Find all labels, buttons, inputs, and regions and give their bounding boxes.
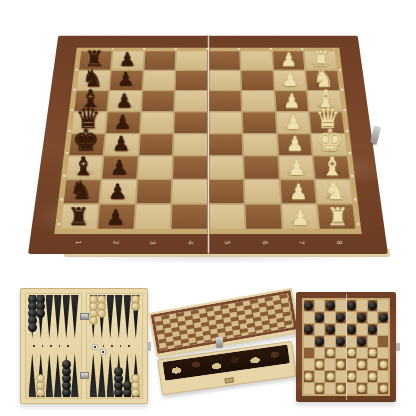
board-square: ♟ bbox=[98, 205, 135, 229]
backgammon-half-left bbox=[25, 293, 82, 399]
board-square bbox=[142, 91, 174, 111]
checkers-square bbox=[325, 348, 335, 359]
backgammon-point bbox=[63, 295, 71, 339]
light-backgammon-checker bbox=[89, 316, 98, 325]
checkers-square bbox=[357, 324, 367, 335]
coordinate-label: 8 bbox=[329, 227, 347, 259]
black-checker bbox=[347, 301, 356, 310]
hinge-seam bbox=[206, 35, 209, 253]
black-checker bbox=[379, 313, 388, 322]
checkers-square bbox=[368, 383, 378, 394]
board-square bbox=[209, 112, 241, 132]
board-square bbox=[173, 157, 207, 179]
board-square bbox=[209, 157, 243, 179]
light-pawn: ♟ bbox=[289, 182, 308, 203]
backgammon-point bbox=[29, 353, 37, 397]
board-square: ♞ bbox=[64, 180, 100, 203]
checkers-square bbox=[368, 348, 378, 359]
checkers-square bbox=[336, 383, 346, 394]
checkers-square bbox=[315, 300, 325, 311]
board-square: ♟ bbox=[274, 71, 306, 90]
checkers-square bbox=[378, 336, 388, 347]
board-square bbox=[209, 205, 244, 229]
light-pawn: ♟ bbox=[283, 91, 301, 111]
hinge-icon bbox=[80, 372, 89, 379]
checkers-square bbox=[368, 312, 378, 323]
coordinate-label: 7 bbox=[293, 227, 310, 259]
black-checker bbox=[357, 337, 366, 346]
light-checker bbox=[357, 384, 366, 393]
backgammon-point bbox=[107, 295, 115, 339]
checkers-square bbox=[325, 300, 335, 311]
checkers-square bbox=[325, 312, 335, 323]
backgammon-half-right bbox=[86, 293, 143, 399]
board-square bbox=[245, 180, 280, 203]
backgammon-point bbox=[90, 353, 98, 397]
checkers-square bbox=[315, 371, 325, 382]
backgammon-point bbox=[115, 295, 123, 339]
board-square bbox=[138, 157, 172, 179]
checker-stack bbox=[36, 295, 44, 339]
board-square: ♟ bbox=[282, 205, 319, 229]
board-square bbox=[243, 134, 277, 155]
light-checker bbox=[336, 384, 345, 393]
black-backgammon-checker bbox=[28, 323, 37, 332]
checkers-square bbox=[304, 300, 314, 311]
checkers-square bbox=[336, 312, 346, 323]
backgammon-point bbox=[71, 353, 79, 397]
checkers-square bbox=[347, 371, 357, 382]
checkers-square bbox=[336, 371, 346, 382]
metal-latch-icon bbox=[224, 377, 234, 383]
dark-pawn: ♟ bbox=[115, 91, 133, 111]
board-square: ♟ bbox=[280, 180, 316, 203]
light-checker bbox=[368, 372, 377, 381]
storage-box bbox=[150, 292, 296, 404]
black-checker bbox=[336, 337, 345, 346]
board-square bbox=[244, 157, 278, 179]
checkers-square bbox=[357, 300, 367, 311]
board-square bbox=[243, 112, 276, 132]
dark-knight: ♞ bbox=[69, 177, 92, 203]
checkers-square bbox=[304, 359, 314, 370]
metal-latch-icon bbox=[396, 343, 400, 351]
checker-stack bbox=[62, 353, 70, 397]
checkers-square bbox=[336, 336, 346, 347]
backgammon-point bbox=[46, 295, 54, 339]
board-square: ♞ bbox=[316, 180, 352, 203]
light-rook: ♜ bbox=[327, 204, 349, 229]
black-checker bbox=[304, 325, 313, 334]
inlay-dots bbox=[94, 345, 135, 347]
backgammon-point bbox=[107, 353, 115, 397]
board-square bbox=[172, 205, 207, 229]
board-square bbox=[143, 71, 175, 90]
black-backgammon-checker bbox=[62, 360, 71, 369]
checkers-square bbox=[378, 324, 388, 335]
light-checker bbox=[315, 360, 324, 369]
board-square bbox=[139, 134, 173, 155]
board-square bbox=[176, 71, 207, 90]
light-checker bbox=[368, 348, 377, 357]
light-checker bbox=[315, 384, 324, 393]
backgammon-board bbox=[20, 288, 148, 404]
product-photo: ♜♟♟♜♞♟♟♞♝♟♟♝♛♟♟♛♚♟♟♚♝♟♟♝♞♟♟♞♜♟♟♜ 1234567… bbox=[0, 0, 416, 416]
black-checker bbox=[315, 337, 324, 346]
checkers-square bbox=[347, 300, 357, 311]
coordinate-label: 6 bbox=[256, 227, 272, 259]
coordinate-label: 3 bbox=[144, 227, 160, 259]
light-pawn: ♟ bbox=[288, 158, 307, 179]
board-square: ♟ bbox=[279, 157, 314, 179]
checker-stack bbox=[123, 353, 131, 397]
light-backgammon-checker bbox=[97, 309, 106, 318]
board-square bbox=[241, 51, 272, 69]
board-square bbox=[209, 134, 242, 155]
checkers-square bbox=[357, 336, 367, 347]
backgammon-point bbox=[98, 353, 106, 397]
light-checker bbox=[326, 348, 335, 357]
light-checker bbox=[379, 360, 388, 369]
checkers-square bbox=[304, 324, 314, 335]
board-square bbox=[245, 205, 281, 229]
coordinate-label: 4 bbox=[182, 227, 197, 259]
checkers-square bbox=[336, 300, 346, 311]
checkers-square bbox=[325, 371, 335, 382]
board-square bbox=[209, 51, 240, 69]
dark-pawn: ♟ bbox=[106, 207, 125, 229]
light-pawn: ♟ bbox=[282, 71, 299, 90]
board-square: ♟ bbox=[112, 51, 144, 69]
black-checker bbox=[326, 301, 335, 310]
checker-stack bbox=[97, 295, 105, 339]
board-square bbox=[173, 180, 207, 203]
backgammon-point bbox=[124, 295, 132, 339]
board-square bbox=[242, 91, 274, 111]
backgammon-point bbox=[71, 295, 79, 339]
checker-stack bbox=[114, 353, 122, 397]
black-checker bbox=[336, 313, 345, 322]
board-square: ♟ bbox=[278, 134, 312, 155]
board-square: ♟ bbox=[276, 112, 310, 132]
black-checker bbox=[304, 301, 313, 310]
board-square bbox=[140, 112, 173, 132]
bg-points-row bbox=[28, 295, 79, 339]
coordinate-label: 1 bbox=[68, 227, 86, 259]
board-square bbox=[175, 91, 207, 111]
light-checker bbox=[326, 372, 335, 381]
board-square bbox=[144, 51, 175, 69]
board-square: ♟ bbox=[273, 51, 305, 69]
board-square bbox=[241, 71, 273, 90]
light-checker bbox=[347, 348, 356, 357]
dark-pawn: ♟ bbox=[117, 71, 134, 90]
checkers-square bbox=[304, 383, 314, 394]
checkers-square bbox=[315, 383, 325, 394]
checkers-square bbox=[347, 348, 357, 359]
checkers-square bbox=[347, 359, 357, 370]
backgammon-point bbox=[54, 295, 62, 339]
checkers-square bbox=[378, 371, 388, 382]
checkers-square bbox=[357, 371, 367, 382]
checkers-square bbox=[304, 312, 314, 323]
dark-pawn: ♟ bbox=[110, 158, 129, 179]
board-square: ♟ bbox=[104, 134, 138, 155]
checkers-square bbox=[347, 336, 357, 347]
board-square bbox=[175, 112, 207, 132]
light-knight: ♞ bbox=[323, 177, 346, 203]
checkers-square bbox=[378, 383, 388, 394]
dark-pawn: ♟ bbox=[112, 135, 130, 155]
light-backgammon-checker bbox=[131, 302, 140, 311]
checkers-square bbox=[325, 324, 335, 335]
board-square bbox=[209, 180, 243, 203]
checkers-square bbox=[304, 336, 314, 347]
die-icon bbox=[100, 349, 107, 356]
black-checker bbox=[368, 325, 377, 334]
black-checker bbox=[357, 313, 366, 322]
dark-pawn: ♟ bbox=[113, 113, 131, 133]
checkers-square bbox=[368, 371, 378, 382]
board-square bbox=[209, 71, 240, 90]
dark-pawn: ♟ bbox=[108, 182, 127, 203]
board-square bbox=[176, 51, 207, 69]
checkers-square bbox=[336, 359, 346, 370]
checkers-square bbox=[325, 359, 335, 370]
checkers-square bbox=[325, 336, 335, 347]
light-pawn: ♟ bbox=[281, 51, 298, 70]
stored-pieces bbox=[163, 344, 290, 380]
board-square: ♟ bbox=[106, 112, 140, 132]
checkers-square bbox=[368, 324, 378, 335]
checkers-square bbox=[357, 312, 367, 323]
checkers-square bbox=[378, 300, 388, 311]
checkers-square bbox=[357, 383, 367, 394]
coordinate-label: 5 bbox=[219, 227, 234, 259]
board-square: ♜ bbox=[318, 205, 355, 229]
metal-latch-icon bbox=[370, 125, 381, 144]
light-pawn: ♟ bbox=[291, 207, 310, 229]
checkers-square bbox=[304, 371, 314, 382]
black-checker bbox=[326, 325, 335, 334]
board-square: ♟ bbox=[108, 91, 141, 111]
board-square: ♟ bbox=[110, 71, 142, 90]
bg-points-row bbox=[89, 353, 140, 397]
checkers-square bbox=[336, 324, 346, 335]
checkers-square bbox=[378, 312, 388, 323]
checkers-square bbox=[347, 312, 357, 323]
checkers-square bbox=[315, 324, 325, 335]
checker-stack bbox=[131, 295, 139, 339]
inlay-dots bbox=[33, 345, 74, 347]
black-backgammon-checker bbox=[36, 309, 45, 318]
backgammon-point bbox=[46, 353, 54, 397]
black-checker bbox=[315, 313, 324, 322]
board-square bbox=[136, 180, 171, 203]
dark-pawn: ♟ bbox=[118, 51, 135, 70]
hinge-seam bbox=[346, 294, 347, 400]
checkers-square bbox=[315, 348, 325, 359]
checkers-square bbox=[368, 336, 378, 347]
checker-stack bbox=[131, 353, 139, 397]
die-icon bbox=[92, 344, 99, 351]
black-checker bbox=[347, 325, 356, 334]
board-square bbox=[135, 205, 171, 229]
light-pawn: ♟ bbox=[285, 113, 303, 133]
checker-stack bbox=[36, 353, 44, 397]
board-square: ♟ bbox=[275, 91, 308, 111]
light-checker bbox=[347, 372, 356, 381]
black-checker bbox=[368, 301, 377, 310]
checkers-square bbox=[347, 383, 357, 394]
board-square bbox=[209, 91, 241, 111]
board-square: ♟ bbox=[100, 180, 136, 203]
board-square: ♜ bbox=[61, 205, 98, 229]
dark-rook: ♜ bbox=[67, 204, 89, 229]
board-square: ♟ bbox=[102, 157, 137, 179]
light-checker bbox=[304, 372, 313, 381]
checkers-square bbox=[378, 348, 388, 359]
backgammon-point bbox=[54, 353, 62, 397]
checkers-square bbox=[347, 324, 357, 335]
clasp-icon bbox=[216, 337, 223, 347]
checkers-square bbox=[357, 348, 367, 359]
checkers-square bbox=[357, 359, 367, 370]
checkers-square bbox=[368, 359, 378, 370]
checkers-square bbox=[304, 348, 314, 359]
main-chess-board: ♜♟♟♜♞♟♟♞♝♟♟♝♛♟♟♛♚♟♟♚♝♟♟♝♞♟♟♞♜♟♟♜ 1234567… bbox=[28, 36, 388, 254]
checkers-square bbox=[378, 359, 388, 370]
bg-points-row bbox=[28, 353, 79, 397]
hinge-icon bbox=[80, 313, 89, 320]
board-square bbox=[174, 134, 207, 155]
checkers-square bbox=[336, 348, 346, 359]
checkers-square bbox=[315, 312, 325, 323]
checker-stack bbox=[89, 295, 97, 339]
light-checker bbox=[379, 384, 388, 393]
checkers-square bbox=[368, 300, 378, 311]
coordinate-label: 2 bbox=[106, 227, 123, 259]
checkers-square bbox=[325, 383, 335, 394]
light-checker bbox=[336, 360, 345, 369]
light-pawn: ♟ bbox=[286, 135, 304, 155]
light-checker bbox=[357, 360, 366, 369]
checkers-square bbox=[315, 359, 325, 370]
bg-points-row bbox=[89, 295, 140, 339]
checkers-square bbox=[315, 336, 325, 347]
checker-stack bbox=[28, 295, 36, 339]
checkers-board bbox=[296, 292, 396, 402]
